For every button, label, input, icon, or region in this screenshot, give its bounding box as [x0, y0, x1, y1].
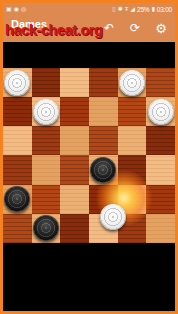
- square-r0c2[interactable]: [60, 68, 89, 97]
- bluetooth-icon: ✱: [118, 6, 123, 12]
- square-r5c3[interactable]: [89, 214, 118, 243]
- notification-icon-2: ◉: [14, 6, 19, 12]
- square-r3c0[interactable]: [3, 155, 32, 184]
- square-r5c5[interactable]: [146, 214, 175, 243]
- board-top-margin: [3, 42, 175, 68]
- settings-gear-icon[interactable]: ⚙: [153, 15, 169, 42]
- square-r0c1[interactable]: [32, 68, 61, 97]
- app-window: hack-cheat.org ▣ ◉ ◎ ▯ ✱ Ŧ ◢ 25% ▮ 03:00…: [0, 0, 178, 314]
- square-r4c2[interactable]: [60, 185, 89, 214]
- battery-percent: 25%: [137, 6, 149, 13]
- black-piece-r5c1[interactable]: [33, 215, 59, 241]
- square-r3c4[interactable]: [118, 155, 147, 184]
- network-signal-icon: ◢: [130, 6, 135, 12]
- square-r4c5[interactable]: [146, 185, 175, 214]
- opponent-name: Julie: [11, 30, 47, 38]
- clock: 03:00: [157, 6, 172, 13]
- square-r1c2[interactable]: [60, 97, 89, 126]
- title-block: Dames Julie: [11, 19, 47, 39]
- square-r5c0[interactable]: [3, 214, 32, 243]
- status-left-icons: ▣ ◉ ◎: [6, 6, 26, 12]
- square-r2c1[interactable]: [32, 126, 61, 155]
- app-bar: Dames Julie ↶ ⟳ ⚙: [3, 15, 175, 42]
- battery-saver-icon: ▯: [112, 6, 115, 12]
- white-piece-r1c1[interactable]: [33, 99, 59, 125]
- square-r5c2[interactable]: [60, 214, 89, 243]
- square-r4c0[interactable]: [3, 185, 32, 214]
- square-r0c4[interactable]: [118, 68, 147, 97]
- notification-icon-1: ▣: [6, 6, 12, 12]
- status-right-cluster: ▯ ✱ Ŧ ◢ 25% ▮ 03:00: [112, 6, 172, 13]
- square-r0c0[interactable]: [3, 68, 32, 97]
- refresh-icon[interactable]: ⟳: [127, 15, 143, 42]
- square-r2c3[interactable]: [89, 126, 118, 155]
- square-r3c2[interactable]: [60, 155, 89, 184]
- black-piece-r3c3[interactable]: [90, 157, 116, 183]
- square-r0c3[interactable]: [89, 68, 118, 97]
- square-r1c3[interactable]: [89, 97, 118, 126]
- status-bar: ▣ ◉ ◎ ▯ ✱ Ŧ ◢ 25% ▮ 03:00: [3, 3, 175, 15]
- square-r2c5[interactable]: [146, 126, 175, 155]
- square-r4c1[interactable]: [32, 185, 61, 214]
- notification-icon-3: ◎: [21, 6, 26, 12]
- white-piece-r0c0[interactable]: [4, 70, 30, 96]
- square-r2c0[interactable]: [3, 126, 32, 155]
- white-piece-r5c3[interactable]: [100, 204, 126, 230]
- square-r2c4[interactable]: [118, 126, 147, 155]
- square-r1c1[interactable]: [32, 97, 61, 126]
- square-r3c5[interactable]: [146, 155, 175, 184]
- square-r1c4[interactable]: [118, 97, 147, 126]
- sim-signal-icon: Ŧ: [125, 6, 129, 12]
- square-r1c5[interactable]: [146, 97, 175, 126]
- square-r3c3[interactable]: [89, 155, 118, 184]
- square-r3c1[interactable]: [32, 155, 61, 184]
- square-r2c2[interactable]: [60, 126, 89, 155]
- white-piece-r0c4[interactable]: [119, 70, 145, 96]
- checkers-board: [3, 68, 175, 243]
- undo-icon[interactable]: ↶: [101, 15, 117, 42]
- white-piece-r1c5[interactable]: [148, 99, 174, 125]
- black-piece-r4c0[interactable]: [4, 186, 30, 212]
- square-r1c0[interactable]: [3, 97, 32, 126]
- square-r5c1[interactable]: [32, 214, 61, 243]
- battery-icon: ▮: [151, 6, 154, 12]
- square-r0c5[interactable]: [146, 68, 175, 97]
